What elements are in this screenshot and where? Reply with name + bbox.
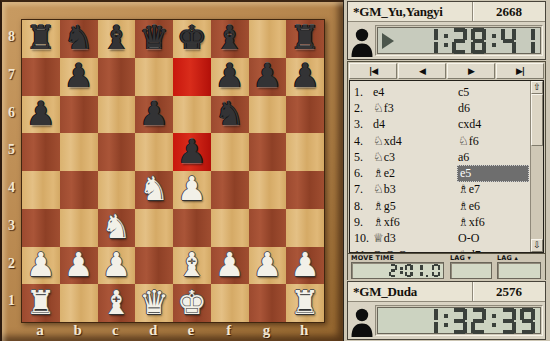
back-button[interactable]: ◀ — [398, 63, 446, 79]
piece-wP-b2[interactable]: ♟ — [64, 248, 94, 281]
square-h4[interactable] — [286, 171, 324, 209]
square-a8[interactable]: ♜ — [22, 20, 60, 58]
move-row: 9.♗xf6♗xf6 — [350, 214, 529, 230]
square-f8[interactable]: ♝ — [211, 20, 249, 58]
piece-wP-f2[interactable]: ♟ — [215, 248, 245, 281]
rank-label-2: 2 — [2, 256, 21, 272]
black-move[interactable]: cxd4 — [458, 117, 481, 132]
move-number: 1. — [350, 85, 372, 100]
bottom-player-name: *GM_Duda — [348, 284, 472, 300]
square-g5[interactable] — [249, 133, 287, 171]
top-clock-row — [348, 22, 545, 59]
square-d2[interactable] — [135, 247, 173, 285]
black-move[interactable]: O-O — [458, 231, 479, 246]
square-g3[interactable] — [249, 209, 287, 247]
square-b5[interactable] — [60, 133, 98, 171]
move-number: 4. — [350, 134, 372, 149]
file-label-a: a — [21, 322, 59, 339]
piece-wP-e4[interactable]: ♟ — [177, 172, 207, 205]
move-row: 5.♘c3a6 — [350, 149, 529, 165]
move-list[interactable]: 1.e4c52.♘f3d63.d4cxd44.♘xd4♘f65.♘c3a66.♗… — [349, 80, 544, 253]
move-number: 8. — [350, 199, 372, 214]
move-list-unit: |◀ ◀ ▶ ▶| 1.e4c52.♘f3d63.d4cxd44.♘xd4♘f6… — [347, 61, 546, 280]
square-f4[interactable] — [211, 171, 249, 209]
top-lcd — [377, 27, 541, 54]
square-d4[interactable]: ♞ — [135, 171, 173, 209]
file-label-f: f — [210, 322, 248, 339]
black-move[interactable]: c5 — [458, 85, 469, 100]
square-c5[interactable] — [98, 133, 136, 171]
scroll-up-icon[interactable]: ⇧ — [531, 81, 543, 94]
rank-label-4: 4 — [2, 180, 21, 196]
piece-wB-e2[interactable]: ♝ — [177, 248, 207, 281]
square-h2[interactable]: ♟ — [286, 247, 324, 285]
square-h3[interactable] — [286, 209, 324, 247]
piece-wP-a2[interactable]: ♟ — [26, 248, 56, 281]
rank-label-3: 3 — [2, 218, 21, 234]
piece-bK-e8[interactable]: ♚ — [177, 21, 207, 54]
square-c2[interactable]: ♟ — [98, 247, 136, 285]
move-time-value — [351, 262, 444, 279]
move-row: 6.♗e2e5 — [350, 165, 529, 181]
move-row: 3.d4cxd4 — [350, 117, 529, 133]
move-row: 8.♗g5♗e6 — [350, 198, 529, 214]
move-list-scrollbar[interactable]: ⇧ ⇩ — [530, 81, 543, 252]
move-time-field: MOVE TIME — [351, 255, 444, 279]
top-nameplate: *GM_Yu,Yangyi 2668 — [348, 2, 545, 22]
board-squares[interactable]: ♜♞♝♛♚♝♜♟♟♟♟♟♟♞♟♞♟♞♟♟♟♝♟♟♟♜♝♛♚♜ — [21, 19, 325, 323]
file-labels: abcdefgh — [21, 321, 323, 341]
piece-bP-h7[interactable]: ♟ — [290, 59, 320, 92]
square-b8[interactable]: ♞ — [60, 20, 98, 58]
square-b3[interactable] — [60, 209, 98, 247]
move-row: 2.♘f3d6 — [350, 100, 529, 116]
square-d3[interactable] — [135, 209, 173, 247]
white-move[interactable]: ♗xf6 — [373, 215, 400, 230]
black-move[interactable]: ♗xf6 — [458, 215, 485, 230]
bottom-clock-display — [378, 308, 540, 334]
square-f6[interactable]: ♞ — [211, 96, 249, 134]
person-icon — [350, 27, 374, 57]
square-h7[interactable]: ♟ — [286, 58, 324, 96]
square-g4[interactable] — [249, 171, 287, 209]
top-clock-display — [394, 28, 540, 54]
bottom-player-rating: 2576 — [472, 282, 545, 301]
white-move[interactable]: ♘xd4 — [373, 134, 402, 149]
lag-up-value — [497, 262, 541, 279]
move-number: 6. — [350, 166, 372, 181]
square-f1[interactable] — [211, 284, 249, 322]
forward-button[interactable]: ▶ — [447, 63, 495, 79]
file-label-d: d — [134, 322, 172, 339]
piece-bR-a8[interactable]: ♜ — [26, 21, 56, 54]
rank-label-5: 5 — [2, 142, 21, 158]
square-c1[interactable]: ♝ — [98, 284, 136, 322]
square-c7[interactable] — [98, 58, 136, 96]
square-b7[interactable]: ♟ — [60, 58, 98, 96]
square-e1[interactable]: ♚ — [173, 284, 211, 322]
lag-down-field: LAG ▾ — [450, 255, 492, 279]
move-nav-bar: |◀ ◀ ▶ ▶| — [348, 62, 545, 80]
square-f3[interactable] — [211, 209, 249, 247]
black-move[interactable]: a6 — [458, 150, 469, 165]
status-bar: MOVE TIME LAG ▾ LAG ▴ — [348, 253, 545, 281]
square-g1[interactable] — [249, 284, 287, 322]
piece-bP-b7[interactable]: ♟ — [64, 59, 94, 92]
file-label-h: h — [285, 322, 323, 339]
square-d6[interactable]: ♟ — [135, 96, 173, 134]
piece-bP-e5[interactable]: ♟ — [177, 135, 207, 168]
move-row: 7.♘b3♗e7 — [350, 182, 529, 198]
square-e3[interactable] — [173, 209, 211, 247]
move-number: 5. — [350, 150, 372, 165]
white-move[interactable]: ♕d3 — [373, 231, 396, 246]
move-number: 3. — [350, 117, 372, 132]
to-move-indicator-icon — [382, 33, 394, 49]
scrollbar-thumb[interactable] — [531, 94, 543, 146]
square-b4[interactable] — [60, 171, 98, 209]
square-e6[interactable] — [173, 96, 211, 134]
game-info-panel: *GM_Yu,Yangyi 2668 |◀ ◀ ▶ ▶| 1.e4c52.♘ — [343, 0, 550, 341]
top-lcd-frame — [375, 25, 543, 56]
square-c4[interactable] — [98, 171, 136, 209]
piece-bP-g7[interactable]: ♟ — [253, 59, 283, 92]
piece-wP-c2[interactable]: ♟ — [102, 248, 132, 281]
square-d1[interactable]: ♛ — [135, 284, 173, 322]
rank-label-8: 8 — [2, 29, 21, 45]
lag-up-field: LAG ▴ — [497, 255, 541, 279]
square-h1[interactable]: ♜ — [286, 284, 324, 322]
square-a4[interactable] — [22, 171, 60, 209]
square-g7[interactable]: ♟ — [249, 58, 287, 96]
bottom-nameplate: *GM_Duda 2576 — [348, 282, 545, 302]
square-a2[interactable]: ♟ — [22, 247, 60, 285]
square-a3[interactable] — [22, 209, 60, 247]
white-move[interactable]: ♗g5 — [373, 199, 396, 214]
go-start-button[interactable]: |◀ — [349, 63, 397, 79]
move-number: 10. — [350, 231, 372, 246]
go-end-button[interactable]: ▶| — [496, 63, 544, 79]
lag-down-label: LAG ▾ — [450, 255, 492, 261]
square-g2[interactable]: ♟ — [249, 247, 287, 285]
piece-bN-b8[interactable]: ♞ — [64, 21, 94, 54]
rank-label-1: 1 — [2, 293, 21, 309]
piece-wK-e1[interactable]: ♚ — [177, 286, 207, 319]
black-move[interactable]: e5 — [457, 165, 529, 182]
lag-down-value — [450, 262, 492, 279]
chess-app-window: { "game": "chess", "position": { "fen": … — [0, 0, 550, 341]
square-f7[interactable]: ♟ — [211, 58, 249, 96]
piece-bB-f8[interactable]: ♝ — [215, 21, 245, 54]
move-number: 9. — [350, 215, 372, 230]
square-h6[interactable] — [286, 96, 324, 134]
square-a1[interactable]: ♜ — [22, 284, 60, 322]
square-c8[interactable]: ♝ — [98, 20, 136, 58]
white-move[interactable]: ♘f3 — [373, 101, 394, 116]
square-h8[interactable]: ♜ — [286, 20, 324, 58]
white-move[interactable]: ♗e2 — [373, 166, 395, 181]
square-d7[interactable] — [135, 58, 173, 96]
square-b1[interactable] — [60, 284, 98, 322]
square-e4[interactable]: ♟ — [173, 171, 211, 209]
move-row: 10.♕d3O-O — [350, 231, 529, 247]
rank-label-7: 7 — [2, 67, 21, 83]
square-b6[interactable] — [60, 96, 98, 134]
piece-wN-c3[interactable]: ♞ — [102, 210, 132, 243]
piece-bB-c8[interactable]: ♝ — [102, 21, 132, 54]
square-a5[interactable] — [22, 133, 60, 171]
square-e5[interactable]: ♟ — [173, 133, 211, 171]
file-label-b: b — [59, 322, 97, 339]
piece-wN-d4[interactable]: ♞ — [139, 172, 169, 205]
piece-wP-g2[interactable]: ♟ — [253, 248, 283, 281]
piece-bR-h8[interactable]: ♜ — [290, 21, 320, 54]
piece-wR-a1[interactable]: ♜ — [26, 286, 56, 319]
square-a6[interactable]: ♟ — [22, 96, 60, 134]
square-g6[interactable] — [249, 96, 287, 134]
piece-wR-h1[interactable]: ♜ — [290, 286, 320, 319]
piece-bN-f6[interactable]: ♞ — [215, 97, 245, 130]
square-a7[interactable] — [22, 58, 60, 96]
piece-bP-d6[interactable]: ♟ — [139, 97, 169, 130]
square-d8[interactable]: ♛ — [135, 20, 173, 58]
move-number: 2. — [350, 101, 372, 116]
square-e8[interactable]: ♚ — [173, 20, 211, 58]
piece-wB-c1[interactable]: ♝ — [102, 286, 132, 319]
bottom-clock-row — [348, 302, 545, 339]
lag-up-label: LAG ▴ — [497, 255, 541, 261]
bottom-lcd-frame — [375, 305, 543, 336]
scroll-down-icon[interactable]: ⇩ — [531, 239, 543, 252]
square-f5[interactable] — [211, 133, 249, 171]
top-player-name: *GM_Yu,Yangyi — [348, 4, 472, 20]
rank-label-6: 6 — [2, 105, 21, 121]
file-label-e: e — [172, 322, 210, 339]
square-h5[interactable] — [286, 133, 324, 171]
move-rows: 1.e4c52.♘f3d63.d4cxd44.♘xd4♘f65.♘c3a66.♗… — [350, 84, 529, 253]
bottom-player-clock-unit: *GM_Duda 2576 — [347, 281, 546, 340]
square-c3[interactable]: ♞ — [98, 209, 136, 247]
square-e7[interactable] — [173, 58, 211, 96]
piece-wQ-d1[interactable]: ♛ — [139, 286, 169, 319]
white-move[interactable]: e4 — [373, 85, 384, 100]
square-e2[interactable]: ♝ — [173, 247, 211, 285]
move-number: 7. — [350, 182, 372, 197]
piece-bP-a6[interactable]: ♟ — [26, 97, 56, 130]
black-move[interactable]: ♗e6 — [458, 199, 480, 214]
white-move[interactable]: ♘c3 — [373, 150, 395, 165]
square-c6[interactable] — [98, 96, 136, 134]
piece-bQ-d8[interactable]: ♛ — [139, 21, 169, 54]
piece-wP-h2[interactable]: ♟ — [290, 248, 320, 281]
square-d5[interactable] — [135, 133, 173, 171]
black-move[interactable]: ♗e7 — [458, 182, 480, 197]
white-move[interactable]: ♘b3 — [373, 182, 396, 197]
square-g8[interactable] — [249, 20, 287, 58]
move-row: 1.e4c5 — [350, 84, 529, 100]
white-move[interactable]: d4 — [373, 117, 385, 132]
rank-labels: 87654321 — [2, 19, 21, 321]
move-row: 4.♘xd4♘f6 — [350, 133, 529, 149]
move-time-label: MOVE TIME — [351, 255, 444, 261]
piece-bP-f7[interactable]: ♟ — [215, 59, 245, 92]
board-panel: 87654321 ♜♞♝♛♚♝♜♟♟♟♟♟♟♞♟♞♟♞♟♟♟♝♟♟♟♜♝♛♚♜ … — [0, 0, 343, 341]
bottom-lcd — [377, 307, 541, 334]
file-label-g: g — [248, 322, 286, 339]
top-player-clock-unit: *GM_Yu,Yangyi 2668 — [347, 1, 546, 60]
square-b2[interactable]: ♟ — [60, 247, 98, 285]
top-player-rating: 2668 — [472, 2, 545, 21]
square-f2[interactable]: ♟ — [211, 247, 249, 285]
black-move[interactable]: d6 — [458, 101, 470, 116]
person-icon — [350, 307, 374, 337]
file-label-c: c — [97, 322, 135, 339]
black-move[interactable]: ♘f6 — [458, 134, 479, 149]
